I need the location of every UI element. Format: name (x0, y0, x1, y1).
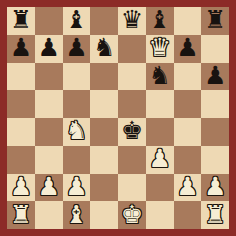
square-b2[interactable]: ♟ (35, 174, 63, 202)
square-g3[interactable] (174, 146, 202, 174)
square-f2[interactable] (146, 174, 174, 202)
piece-black-pawn[interactable]: ♟ (204, 63, 226, 88)
square-a1[interactable]: ♜ (7, 201, 35, 229)
square-e7[interactable] (118, 35, 146, 63)
square-f7[interactable]: ♛ (146, 35, 174, 63)
piece-black-rook[interactable]: ♜ (10, 7, 32, 32)
square-d3[interactable] (90, 146, 118, 174)
square-c5[interactable] (63, 90, 91, 118)
square-d5[interactable] (90, 90, 118, 118)
square-e4[interactable]: ♚ (118, 118, 146, 146)
square-b4[interactable] (35, 118, 63, 146)
square-f5[interactable] (146, 90, 174, 118)
piece-white-rook[interactable]: ♜ (204, 202, 226, 227)
square-d7[interactable]: ♞ (90, 35, 118, 63)
square-h6[interactable]: ♟ (201, 63, 229, 91)
piece-white-pawn[interactable]: ♟ (10, 174, 32, 199)
square-g5[interactable] (174, 90, 202, 118)
square-c7[interactable]: ♟ (63, 35, 91, 63)
piece-black-pawn[interactable]: ♟ (10, 35, 32, 60)
square-b8[interactable] (35, 7, 63, 35)
square-g4[interactable] (174, 118, 202, 146)
piece-white-knight[interactable]: ♞ (65, 118, 87, 143)
square-e8[interactable]: ♛ (118, 7, 146, 35)
square-c8[interactable]: ♝ (63, 7, 91, 35)
square-g7[interactable]: ♟ (174, 35, 202, 63)
square-b7[interactable]: ♟ (35, 35, 63, 63)
square-e6[interactable] (118, 63, 146, 91)
square-d8[interactable] (90, 7, 118, 35)
piece-black-queen[interactable]: ♛ (121, 7, 143, 32)
piece-white-pawn[interactable]: ♟ (37, 174, 59, 199)
square-a8[interactable]: ♜ (7, 7, 35, 35)
piece-black-king[interactable]: ♚ (121, 118, 143, 143)
square-b6[interactable] (35, 63, 63, 91)
square-f6[interactable]: ♞ (146, 63, 174, 91)
square-b1[interactable] (35, 201, 63, 229)
square-h2[interactable]: ♟ (201, 174, 229, 202)
piece-black-bishop[interactable]: ♝ (65, 7, 87, 32)
piece-white-pawn[interactable]: ♟ (148, 146, 170, 171)
square-d2[interactable] (90, 174, 118, 202)
piece-white-pawn[interactable]: ♟ (204, 174, 226, 199)
square-b3[interactable] (35, 146, 63, 174)
square-d4[interactable] (90, 118, 118, 146)
square-h1[interactable]: ♜ (201, 201, 229, 229)
square-a7[interactable]: ♟ (7, 35, 35, 63)
square-f1[interactable] (146, 201, 174, 229)
square-g2[interactable]: ♟ (174, 174, 202, 202)
piece-black-bishop[interactable]: ♝ (148, 7, 170, 32)
piece-black-knight[interactable]: ♞ (93, 35, 115, 60)
square-e3[interactable] (118, 146, 146, 174)
square-g1[interactable] (174, 201, 202, 229)
piece-black-pawn[interactable]: ♟ (65, 35, 87, 60)
square-e5[interactable] (118, 90, 146, 118)
square-h8[interactable]: ♜ (201, 7, 229, 35)
square-h5[interactable] (201, 90, 229, 118)
chess-board: ♜♝♛♝♜♟♟♟♞♛♟♞♟♞♚♟♟♟♟♟♟♜♝♚♜ (7, 7, 229, 229)
square-d6[interactable] (90, 63, 118, 91)
square-a6[interactable] (7, 63, 35, 91)
square-g8[interactable] (174, 7, 202, 35)
piece-black-pawn[interactable]: ♟ (37, 35, 59, 60)
square-g6[interactable] (174, 63, 202, 91)
square-h3[interactable] (201, 146, 229, 174)
square-c2[interactable]: ♟ (63, 174, 91, 202)
square-c6[interactable] (63, 63, 91, 91)
square-a2[interactable]: ♟ (7, 174, 35, 202)
square-e1[interactable]: ♚ (118, 201, 146, 229)
square-h4[interactable] (201, 118, 229, 146)
square-c4[interactable]: ♞ (63, 118, 91, 146)
square-d1[interactable] (90, 201, 118, 229)
piece-white-rook[interactable]: ♜ (10, 202, 32, 227)
piece-white-queen[interactable]: ♛ (148, 35, 170, 60)
piece-white-pawn[interactable]: ♟ (65, 174, 87, 199)
piece-white-bishop[interactable]: ♝ (65, 202, 87, 227)
piece-white-pawn[interactable]: ♟ (176, 174, 198, 199)
square-f8[interactable]: ♝ (146, 7, 174, 35)
piece-black-pawn[interactable]: ♟ (176, 35, 198, 60)
square-e2[interactable] (118, 174, 146, 202)
square-f3[interactable]: ♟ (146, 146, 174, 174)
square-b5[interactable] (35, 90, 63, 118)
square-c3[interactable] (63, 146, 91, 174)
piece-black-rook[interactable]: ♜ (204, 7, 226, 32)
square-f4[interactable] (146, 118, 174, 146)
square-a3[interactable] (7, 146, 35, 174)
square-a5[interactable] (7, 90, 35, 118)
piece-black-knight[interactable]: ♞ (148, 63, 170, 88)
square-h7[interactable] (201, 35, 229, 63)
piece-white-king[interactable]: ♚ (121, 202, 143, 227)
square-c1[interactable]: ♝ (63, 201, 91, 229)
chess-board-frame: ♜♝♛♝♜♟♟♟♞♛♟♞♟♞♚♟♟♟♟♟♟♜♝♚♜ (0, 0, 236, 236)
square-a4[interactable] (7, 118, 35, 146)
